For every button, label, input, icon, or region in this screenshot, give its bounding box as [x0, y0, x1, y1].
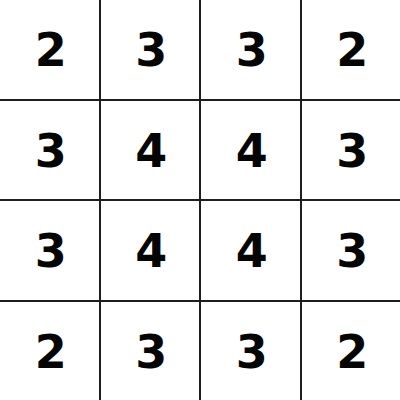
cell-value: 4 — [234, 125, 267, 174]
cell-value: 3 — [234, 326, 267, 375]
cell-value: 2 — [33, 25, 66, 74]
cell-r1c2[interactable]: 3 — [101, 0, 200, 99]
cell-r2c2[interactable]: 4 — [101, 101, 200, 200]
puzzle-screen: 2 3 3 2 3 4 4 3 3 4 4 — [0, 0, 400, 400]
cell-value: 4 — [234, 226, 267, 275]
cell-value: 2 — [334, 326, 367, 375]
cell-value: 3 — [133, 326, 166, 375]
cell-value: 4 — [133, 226, 166, 275]
cell-value: 2 — [334, 25, 367, 74]
cell-value: 3 — [33, 226, 66, 275]
cell-value: 4 — [133, 125, 166, 174]
cell-value: 3 — [234, 25, 267, 74]
cell-r3c4[interactable]: 3 — [302, 201, 400, 300]
cell-r4c4[interactable]: 2 — [302, 302, 400, 400]
cell-r4c1[interactable]: 2 — [0, 302, 99, 400]
cell-value: 2 — [33, 326, 66, 375]
cell-value: 3 — [334, 226, 367, 275]
cell-r2c3[interactable]: 4 — [201, 101, 300, 200]
cell-value: 3 — [33, 125, 66, 174]
cell-value: 3 — [133, 25, 166, 74]
cell-r2c1[interactable]: 3 — [0, 101, 99, 200]
cell-r1c4[interactable]: 2 — [302, 0, 400, 99]
cell-r4c3[interactable]: 3 — [201, 302, 300, 400]
board: 2 3 3 2 3 4 4 3 3 4 4 — [0, 0, 400, 400]
cell-r3c2[interactable]: 4 — [101, 201, 200, 300]
cell-r3c1[interactable]: 3 — [0, 201, 99, 300]
cell-r1c1[interactable]: 2 — [0, 0, 99, 99]
cell-r3c3[interactable]: 4 — [201, 201, 300, 300]
cell-r2c4[interactable]: 3 — [302, 101, 400, 200]
cell-r4c2[interactable]: 3 — [101, 302, 200, 400]
cell-r1c3[interactable]: 3 — [201, 0, 300, 99]
cell-value: 3 — [334, 125, 367, 174]
